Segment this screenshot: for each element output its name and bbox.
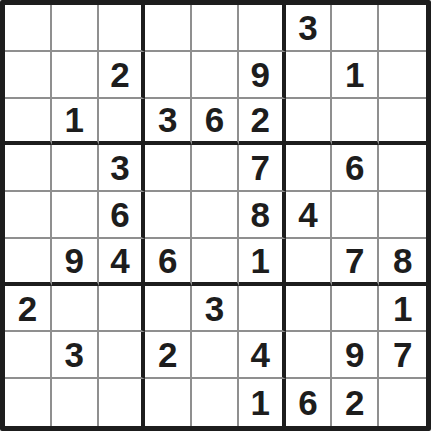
cell-r4c9[interactable] [379,145,426,192]
cell-r2c5[interactable] [192,52,239,99]
cell-r8c2[interactable]: 3 [52,332,99,379]
cell-r2c3[interactable]: 2 [99,52,146,99]
cell-r1c9[interactable] [379,5,426,52]
cell-r6c4[interactable]: 6 [145,239,192,286]
cell-r4c6[interactable]: 7 [239,145,286,192]
cell-r1c7[interactable]: 3 [286,5,333,52]
cell-r5c5[interactable] [192,192,239,239]
cell-r3c6[interactable]: 2 [239,99,286,146]
cell-r3c4[interactable]: 3 [145,99,192,146]
sudoku-board: 3291136237668494617823132497162 [0,0,431,431]
cell-r8c6[interactable]: 4 [239,332,286,379]
cell-r8c8[interactable]: 9 [332,332,379,379]
cell-r1c1[interactable] [5,5,52,52]
cell-r7c2[interactable] [52,286,99,333]
cell-r7c1[interactable]: 2 [5,286,52,333]
cell-r2c4[interactable] [145,52,192,99]
cell-r2c1[interactable] [5,52,52,99]
cell-r1c5[interactable] [192,5,239,52]
cell-r8c5[interactable] [192,332,239,379]
cell-r6c2[interactable]: 9 [52,239,99,286]
cell-r4c3[interactable]: 3 [99,145,146,192]
cell-r6c7[interactable] [286,239,333,286]
cell-r1c8[interactable] [332,5,379,52]
cell-r2c8[interactable]: 1 [332,52,379,99]
cell-r5c6[interactable]: 8 [239,192,286,239]
cell-r5c3[interactable]: 6 [99,192,146,239]
cell-r3c5[interactable]: 6 [192,99,239,146]
cell-r7c5[interactable]: 3 [192,286,239,333]
cell-r8c4[interactable]: 2 [145,332,192,379]
cell-r7c4[interactable] [145,286,192,333]
cell-r8c3[interactable] [99,332,146,379]
cell-r5c7[interactable]: 4 [286,192,333,239]
cell-r8c9[interactable]: 7 [379,332,426,379]
cell-r4c8[interactable]: 6 [332,145,379,192]
cell-r2c6[interactable]: 9 [239,52,286,99]
cell-r6c6[interactable]: 1 [239,239,286,286]
cell-r9c5[interactable] [192,379,239,426]
cell-r1c6[interactable] [239,5,286,52]
cell-r5c2[interactable] [52,192,99,239]
cell-r4c1[interactable] [5,145,52,192]
cell-r4c4[interactable] [145,145,192,192]
cell-r6c9[interactable]: 8 [379,239,426,286]
cell-r7c3[interactable] [99,286,146,333]
cell-r8c7[interactable] [286,332,333,379]
cell-r6c5[interactable] [192,239,239,286]
cell-r3c1[interactable] [5,99,52,146]
cell-r7c7[interactable] [286,286,333,333]
cell-r2c7[interactable] [286,52,333,99]
cell-r6c3[interactable]: 4 [99,239,146,286]
cell-r9c7[interactable]: 6 [286,379,333,426]
cell-r5c8[interactable] [332,192,379,239]
cell-r5c1[interactable] [5,192,52,239]
cell-r1c2[interactable] [52,5,99,52]
cell-r1c3[interactable] [99,5,146,52]
cell-r4c2[interactable] [52,145,99,192]
cell-r3c3[interactable] [99,99,146,146]
cell-r9c2[interactable] [52,379,99,426]
cell-r3c7[interactable] [286,99,333,146]
cell-r6c8[interactable]: 7 [332,239,379,286]
cell-r9c4[interactable] [145,379,192,426]
cell-r7c6[interactable] [239,286,286,333]
cell-r9c8[interactable]: 2 [332,379,379,426]
cell-r4c7[interactable] [286,145,333,192]
cell-r1c4[interactable] [145,5,192,52]
cell-r4c5[interactable] [192,145,239,192]
cell-r2c2[interactable] [52,52,99,99]
cell-r2c9[interactable] [379,52,426,99]
cell-r9c6[interactable]: 1 [239,379,286,426]
cell-r3c8[interactable] [332,99,379,146]
cell-r5c4[interactable] [145,192,192,239]
cell-r8c1[interactable] [5,332,52,379]
cell-r9c1[interactable] [5,379,52,426]
cell-r5c9[interactable] [379,192,426,239]
cell-r7c8[interactable] [332,286,379,333]
cell-r7c9[interactable]: 1 [379,286,426,333]
cell-r9c9[interactable] [379,379,426,426]
cell-r3c2[interactable]: 1 [52,99,99,146]
cell-r3c9[interactable] [379,99,426,146]
cell-r9c3[interactable] [99,379,146,426]
cell-r6c1[interactable] [5,239,52,286]
